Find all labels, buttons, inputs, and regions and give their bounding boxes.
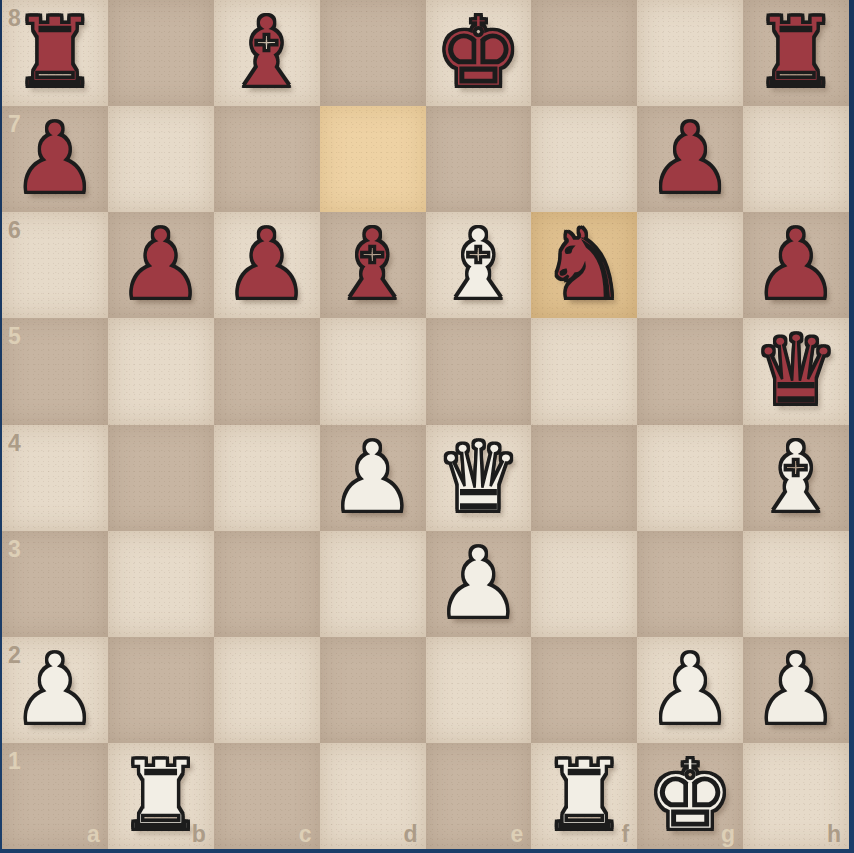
square-a5[interactable]: 5: [2, 318, 108, 424]
square-b8[interactable]: [108, 0, 214, 106]
square-h6[interactable]: ♟: [743, 212, 849, 318]
square-e8[interactable]: ♚: [426, 0, 532, 106]
red-pawn[interactable]: ♟: [753, 212, 840, 318]
white-pawn[interactable]: ♟: [753, 637, 840, 743]
square-d3[interactable]: [320, 531, 426, 637]
square-b2[interactable]: [108, 637, 214, 743]
page: { "game": "chess", "position": { "fen": …: [0, 0, 854, 853]
square-h5[interactable]: ♛: [743, 318, 849, 424]
square-e3[interactable]: ♟: [426, 531, 532, 637]
square-e7[interactable]: [426, 106, 532, 212]
square-d8[interactable]: [320, 0, 426, 106]
square-a1[interactable]: 1a: [2, 743, 108, 849]
square-b6[interactable]: ♟: [108, 212, 214, 318]
square-f5[interactable]: [531, 318, 637, 424]
white-pawn[interactable]: ♟: [647, 637, 734, 743]
square-b4[interactable]: [108, 425, 214, 531]
square-d4[interactable]: ♟: [320, 425, 426, 531]
red-pawn[interactable]: ♟: [223, 212, 310, 318]
square-g7[interactable]: ♟: [637, 106, 743, 212]
square-a3[interactable]: 3: [2, 531, 108, 637]
square-h3[interactable]: [743, 531, 849, 637]
square-c3[interactable]: [214, 531, 320, 637]
square-b5[interactable]: [108, 318, 214, 424]
white-pawn[interactable]: ♟: [11, 637, 98, 743]
white-queen[interactable]: ♛: [435, 425, 522, 531]
white-king[interactable]: ♚: [647, 743, 734, 849]
square-f8[interactable]: [531, 0, 637, 106]
square-f1[interactable]: f♜: [531, 743, 637, 849]
white-bishop[interactable]: ♝: [435, 212, 522, 318]
red-king[interactable]: ♚: [435, 0, 522, 106]
square-a4[interactable]: 4: [2, 425, 108, 531]
file-label-h: h: [827, 821, 841, 848]
square-d2[interactable]: [320, 637, 426, 743]
square-g6[interactable]: [637, 212, 743, 318]
square-g2[interactable]: ♟: [637, 637, 743, 743]
square-h8[interactable]: ♜: [743, 0, 849, 106]
red-pawn[interactable]: ♟: [11, 106, 98, 212]
square-g8[interactable]: [637, 0, 743, 106]
square-h2[interactable]: ♟: [743, 637, 849, 743]
file-label-a: a: [87, 821, 100, 848]
square-e1[interactable]: e: [426, 743, 532, 849]
white-rook[interactable]: ♜: [541, 743, 628, 849]
square-h1[interactable]: h: [743, 743, 849, 849]
square-f6[interactable]: ♞: [531, 212, 637, 318]
square-c5[interactable]: [214, 318, 320, 424]
square-d7[interactable]: [320, 106, 426, 212]
square-b3[interactable]: [108, 531, 214, 637]
white-rook[interactable]: ♜: [117, 743, 204, 849]
square-b7[interactable]: [108, 106, 214, 212]
red-bishop[interactable]: ♝: [223, 0, 310, 106]
square-b1[interactable]: b♜: [108, 743, 214, 849]
file-label-d: d: [403, 821, 417, 848]
rank-label-3: 3: [8, 536, 21, 563]
file-label-c: c: [299, 821, 312, 848]
square-h7[interactable]: [743, 106, 849, 212]
square-g1[interactable]: g♚: [637, 743, 743, 849]
square-e2[interactable]: [426, 637, 532, 743]
rank-label-5: 5: [8, 323, 21, 350]
white-bishop[interactable]: ♝: [753, 425, 840, 531]
red-pawn[interactable]: ♟: [647, 106, 734, 212]
square-e5[interactable]: [426, 318, 532, 424]
square-a6[interactable]: 6: [2, 212, 108, 318]
white-pawn[interactable]: ♟: [329, 425, 416, 531]
red-rook[interactable]: ♜: [11, 0, 98, 106]
square-c6[interactable]: ♟: [214, 212, 320, 318]
square-g4[interactable]: [637, 425, 743, 531]
red-queen[interactable]: ♛: [753, 318, 840, 424]
file-label-e: e: [511, 821, 524, 848]
square-f7[interactable]: [531, 106, 637, 212]
square-e6[interactable]: ♝: [426, 212, 532, 318]
square-a2[interactable]: 2♟: [2, 637, 108, 743]
chess-board: 8♜♝♚♜7♟♟6♟♟♝♝♞♟5♛4♟♛♝3♟2♟♟♟1ab♜cdef♜g♚h: [2, 0, 849, 849]
square-c8[interactable]: ♝: [214, 0, 320, 106]
red-pawn[interactable]: ♟: [117, 212, 204, 318]
square-f4[interactable]: [531, 425, 637, 531]
rank-label-4: 4: [8, 430, 21, 457]
square-f2[interactable]: [531, 637, 637, 743]
square-c1[interactable]: c: [214, 743, 320, 849]
white-pawn[interactable]: ♟: [435, 531, 522, 637]
square-d1[interactable]: d: [320, 743, 426, 849]
red-rook[interactable]: ♜: [753, 0, 840, 106]
rank-label-6: 6: [8, 217, 21, 244]
square-e4[interactable]: ♛: [426, 425, 532, 531]
red-bishop[interactable]: ♝: [329, 212, 416, 318]
square-d5[interactable]: [320, 318, 426, 424]
square-a7[interactable]: 7♟: [2, 106, 108, 212]
square-c2[interactable]: [214, 637, 320, 743]
square-g5[interactable]: [637, 318, 743, 424]
square-h4[interactable]: ♝: [743, 425, 849, 531]
red-knight[interactable]: ♞: [541, 212, 628, 318]
square-g3[interactable]: [637, 531, 743, 637]
square-a8[interactable]: 8♜: [2, 0, 108, 106]
square-c4[interactable]: [214, 425, 320, 531]
rank-label-1: 1: [8, 748, 21, 775]
square-f3[interactable]: [531, 531, 637, 637]
square-d6[interactable]: ♝: [320, 212, 426, 318]
square-c7[interactable]: [214, 106, 320, 212]
